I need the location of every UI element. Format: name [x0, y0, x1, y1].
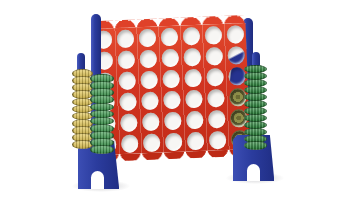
connect-four-board — [92, 15, 251, 162]
hole — [185, 89, 203, 108]
hole — [141, 91, 159, 110]
board-cell — [184, 130, 207, 152]
board-cell — [159, 47, 182, 69]
board-cell — [160, 68, 183, 90]
hole — [165, 132, 183, 151]
board-cell — [203, 66, 226, 88]
green-ring-stack-left — [90, 74, 114, 154]
hole — [204, 25, 222, 44]
board-cell — [181, 46, 204, 68]
board-cell — [118, 111, 141, 133]
hole — [119, 92, 137, 111]
hole — [118, 50, 136, 69]
board-cell — [116, 69, 139, 91]
hole — [140, 49, 158, 68]
board-cell — [205, 108, 228, 130]
hole — [184, 68, 202, 87]
hole — [142, 112, 160, 131]
right-leg-arch — [247, 164, 260, 181]
hole — [187, 131, 205, 150]
board-cell — [158, 26, 181, 48]
left-leg-arch — [91, 171, 104, 189]
board-cell — [182, 88, 205, 110]
board-cell — [136, 26, 159, 48]
board-cell — [180, 25, 203, 47]
board-cell — [224, 23, 247, 45]
board-cell — [114, 27, 137, 49]
board-cell — [224, 44, 247, 66]
hole — [208, 109, 226, 128]
hole — [183, 47, 201, 66]
hole — [205, 46, 223, 65]
hole — [140, 70, 158, 89]
board-cell — [140, 131, 163, 153]
board-cell — [202, 24, 225, 46]
product-photo — [0, 0, 350, 200]
hole — [208, 130, 226, 149]
board-cell — [183, 109, 206, 131]
hole — [164, 111, 182, 130]
board-cell — [115, 48, 138, 70]
board-cell — [182, 67, 205, 89]
board-cell — [206, 129, 229, 151]
board-cell — [203, 45, 226, 67]
board-cell — [117, 90, 140, 112]
hole — [228, 67, 246, 86]
green-ring — [90, 145, 114, 154]
board-cell — [140, 110, 163, 132]
hole — [121, 134, 139, 153]
hole — [226, 25, 244, 44]
board-grid — [93, 23, 251, 155]
hole — [143, 133, 161, 152]
hole — [162, 69, 180, 88]
board-cell — [161, 89, 184, 111]
hole — [207, 88, 225, 107]
board-cell — [138, 68, 161, 90]
hole — [206, 67, 224, 86]
hole — [163, 90, 181, 109]
board-cell — [204, 87, 227, 109]
board-cell — [161, 110, 184, 132]
board-cell — [119, 132, 142, 154]
green-ring-stack-right — [244, 65, 267, 150]
board-cell — [137, 47, 160, 69]
hole — [182, 26, 200, 45]
hole — [120, 113, 138, 132]
hole — [227, 46, 245, 65]
green-ring — [244, 141, 267, 149]
hole — [139, 28, 157, 47]
hole — [117, 29, 135, 48]
hole — [161, 27, 179, 46]
hole — [186, 110, 204, 129]
board-cell — [162, 131, 185, 153]
hole — [161, 48, 179, 67]
hole — [119, 71, 137, 90]
board-cell — [139, 89, 162, 111]
